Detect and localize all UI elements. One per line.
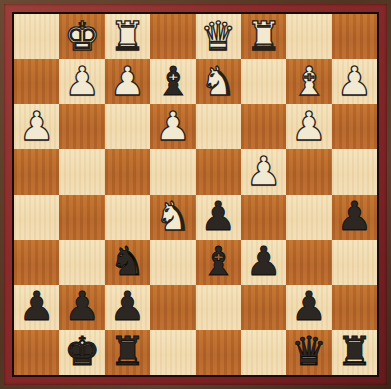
black-pawn[interactable]: ♟ bbox=[110, 286, 146, 326]
square-c4[interactable]: ♟ bbox=[241, 149, 286, 194]
square-h8[interactable] bbox=[14, 330, 59, 375]
black-rook[interactable]: ♜ bbox=[110, 331, 146, 371]
chess-board: ♚♜♛♜♟♟♝♞♝♟♟♟♟♟♞♟♟♞♝♟♟♟♟♟♚♜♛♜ bbox=[14, 14, 377, 375]
square-g7[interactable]: ♟ bbox=[59, 285, 104, 330]
square-e3[interactable]: ♟ bbox=[150, 104, 195, 149]
white-pawn[interactable]: ♟ bbox=[155, 106, 191, 146]
square-g2[interactable]: ♟ bbox=[59, 59, 104, 104]
black-pawn[interactable]: ♟ bbox=[64, 286, 100, 326]
square-g8[interactable]: ♚ bbox=[59, 330, 104, 375]
white-rook[interactable]: ♜ bbox=[246, 16, 282, 56]
square-d6[interactable]: ♝ bbox=[196, 240, 241, 285]
square-g6[interactable] bbox=[59, 240, 104, 285]
square-d4[interactable] bbox=[196, 149, 241, 194]
square-a6[interactable] bbox=[332, 240, 377, 285]
square-f1[interactable]: ♜ bbox=[105, 14, 150, 59]
black-bishop[interactable]: ♝ bbox=[155, 61, 191, 101]
square-b4[interactable] bbox=[286, 149, 331, 194]
square-e1[interactable] bbox=[150, 14, 195, 59]
square-f7[interactable]: ♟ bbox=[105, 285, 150, 330]
square-d3[interactable] bbox=[196, 104, 241, 149]
white-knight[interactable]: ♞ bbox=[155, 196, 191, 236]
square-b7[interactable]: ♟ bbox=[286, 285, 331, 330]
white-bishop[interactable]: ♝ bbox=[291, 61, 327, 101]
black-pawn[interactable]: ♟ bbox=[19, 286, 55, 326]
square-d5[interactable]: ♟ bbox=[196, 195, 241, 240]
square-b8[interactable]: ♛ bbox=[286, 330, 331, 375]
square-a1[interactable] bbox=[332, 14, 377, 59]
square-h6[interactable] bbox=[14, 240, 59, 285]
square-a8[interactable]: ♜ bbox=[332, 330, 377, 375]
square-f2[interactable]: ♟ bbox=[105, 59, 150, 104]
square-h3[interactable]: ♟ bbox=[14, 104, 59, 149]
white-pawn[interactable]: ♟ bbox=[336, 61, 372, 101]
black-queen[interactable]: ♛ bbox=[291, 331, 327, 371]
square-h5[interactable] bbox=[14, 195, 59, 240]
square-d8[interactable] bbox=[196, 330, 241, 375]
black-pawn[interactable]: ♟ bbox=[200, 196, 236, 236]
square-h7[interactable]: ♟ bbox=[14, 285, 59, 330]
white-queen[interactable]: ♛ bbox=[200, 16, 236, 56]
square-h4[interactable] bbox=[14, 149, 59, 194]
white-rook[interactable]: ♜ bbox=[110, 16, 146, 56]
black-king[interactable]: ♚ bbox=[64, 331, 100, 371]
square-c7[interactable] bbox=[241, 285, 286, 330]
white-pawn[interactable]: ♟ bbox=[110, 61, 146, 101]
square-d1[interactable]: ♛ bbox=[196, 14, 241, 59]
black-knight[interactable]: ♞ bbox=[110, 241, 146, 281]
black-pawn[interactable]: ♟ bbox=[246, 241, 282, 281]
square-e7[interactable] bbox=[150, 285, 195, 330]
square-a5[interactable]: ♟ bbox=[332, 195, 377, 240]
white-pawn[interactable]: ♟ bbox=[291, 106, 327, 146]
square-c2[interactable] bbox=[241, 59, 286, 104]
board-inner-edge: ♚♜♛♜♟♟♝♞♝♟♟♟♟♟♞♟♟♞♝♟♟♟♟♟♚♜♛♜ bbox=[12, 12, 379, 377]
square-c3[interactable] bbox=[241, 104, 286, 149]
square-a4[interactable] bbox=[332, 149, 377, 194]
board-outer-frame: ♚♜♛♜♟♟♝♞♝♟♟♟♟♟♞♟♟♞♝♟♟♟♟♟♚♜♛♜ bbox=[0, 0, 391, 389]
square-b5[interactable] bbox=[286, 195, 331, 240]
black-rook[interactable]: ♜ bbox=[336, 331, 372, 371]
board-maroon-frame: ♚♜♛♜♟♟♝♞♝♟♟♟♟♟♞♟♟♞♝♟♟♟♟♟♚♜♛♜ bbox=[4, 4, 387, 385]
square-f8[interactable]: ♜ bbox=[105, 330, 150, 375]
black-bishop[interactable]: ♝ bbox=[200, 241, 236, 281]
square-g1[interactable]: ♚ bbox=[59, 14, 104, 59]
white-king[interactable]: ♚ bbox=[64, 16, 100, 56]
square-h1[interactable] bbox=[14, 14, 59, 59]
square-e6[interactable] bbox=[150, 240, 195, 285]
white-pawn[interactable]: ♟ bbox=[64, 61, 100, 101]
square-a3[interactable] bbox=[332, 104, 377, 149]
square-f5[interactable] bbox=[105, 195, 150, 240]
square-d2[interactable]: ♞ bbox=[196, 59, 241, 104]
square-f6[interactable]: ♞ bbox=[105, 240, 150, 285]
square-g5[interactable] bbox=[59, 195, 104, 240]
square-d7[interactable] bbox=[196, 285, 241, 330]
white-pawn[interactable]: ♟ bbox=[19, 106, 55, 146]
square-c6[interactable]: ♟ bbox=[241, 240, 286, 285]
square-b2[interactable]: ♝ bbox=[286, 59, 331, 104]
square-f3[interactable] bbox=[105, 104, 150, 149]
square-a2[interactable]: ♟ bbox=[332, 59, 377, 104]
square-e4[interactable] bbox=[150, 149, 195, 194]
square-c1[interactable]: ♜ bbox=[241, 14, 286, 59]
square-f4[interactable] bbox=[105, 149, 150, 194]
square-g4[interactable] bbox=[59, 149, 104, 194]
square-g3[interactable] bbox=[59, 104, 104, 149]
square-e8[interactable] bbox=[150, 330, 195, 375]
square-e5[interactable]: ♞ bbox=[150, 195, 195, 240]
square-e2[interactable]: ♝ bbox=[150, 59, 195, 104]
square-b3[interactable]: ♟ bbox=[286, 104, 331, 149]
white-pawn[interactable]: ♟ bbox=[246, 151, 282, 191]
black-pawn[interactable]: ♟ bbox=[291, 286, 327, 326]
square-c8[interactable] bbox=[241, 330, 286, 375]
square-a7[interactable] bbox=[332, 285, 377, 330]
square-c5[interactable] bbox=[241, 195, 286, 240]
square-b6[interactable] bbox=[286, 240, 331, 285]
white-knight[interactable]: ♞ bbox=[200, 61, 236, 101]
square-h2[interactable] bbox=[14, 59, 59, 104]
square-b1[interactable] bbox=[286, 14, 331, 59]
black-pawn[interactable]: ♟ bbox=[336, 196, 372, 236]
